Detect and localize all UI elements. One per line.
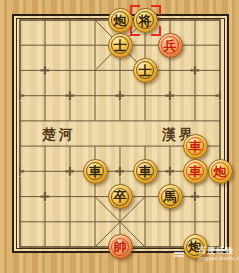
piece-label: 炮 — [214, 164, 227, 177]
board-point-4-0: 炮 — [108, 7, 133, 32]
board-point-8-6: 炮 — [208, 159, 233, 184]
piece-label: 将 — [139, 13, 152, 26]
red-soldier-piece[interactable]: 兵 — [158, 33, 183, 58]
board-point-7-6: 車 — [183, 159, 208, 184]
piece-label: 士 — [139, 63, 152, 76]
board-point-4-1: 士 — [108, 33, 133, 58]
black-advisor-2-piece[interactable]: 士 — [133, 58, 158, 83]
black-cannon-1-piece[interactable]: 炮 — [108, 8, 133, 33]
board-point-6-7: 馬 — [158, 184, 183, 209]
piece-label: 士 — [114, 38, 127, 51]
board-point-4-9: 帥 — [108, 234, 133, 259]
piece-label: 車 — [189, 139, 202, 152]
board-point-5-6: 車 — [133, 159, 158, 184]
board-point-3-6: 車 — [83, 159, 108, 184]
board-point-7-5: 車 — [183, 133, 208, 158]
piece-label: 車 — [189, 164, 202, 177]
piece-label: 車 — [139, 164, 152, 177]
piece-label: 炮 — [189, 240, 202, 253]
black-horse-piece[interactable]: 馬 — [158, 184, 183, 209]
red-chariot-2-piece[interactable]: 車 — [183, 159, 208, 184]
red-chariot-1-piece[interactable]: 車 — [183, 134, 208, 159]
black-advisor-1-piece[interactable]: 士 — [108, 33, 133, 58]
black-soldier-piece[interactable]: 卒 — [108, 184, 133, 209]
board-point-4-7: 卒 — [108, 184, 133, 209]
wood-background: 楚河 漢界 炮将士兵士車車車車炮卒馬帥炮 百度经验 jingyan.baidu.… — [0, 0, 239, 273]
board-point-7-9: 炮 — [183, 234, 208, 259]
piece-label: 兵 — [164, 38, 177, 51]
piece-label: 馬 — [164, 190, 177, 203]
board-point-5-0: 将 — [133, 7, 158, 32]
red-general-piece[interactable]: 帥 — [108, 234, 133, 259]
piece-label: 帥 — [114, 240, 127, 253]
piece-label: 卒 — [114, 190, 127, 203]
red-cannon-piece[interactable]: 炮 — [208, 159, 233, 184]
black-cannon-2-piece[interactable]: 炮 — [183, 234, 208, 259]
black-chariot-1-piece[interactable]: 車 — [83, 159, 108, 184]
piece-label: 車 — [89, 164, 102, 177]
board-point-6-1: 兵 — [158, 33, 183, 58]
black-general-piece[interactable]: 将 — [133, 8, 158, 33]
black-chariot-2-piece[interactable]: 車 — [133, 159, 158, 184]
board-grid: 炮将士兵士車車車車炮卒馬帥炮 — [8, 7, 233, 259]
board-point-5-2: 士 — [133, 58, 158, 83]
piece-label: 炮 — [114, 13, 127, 26]
